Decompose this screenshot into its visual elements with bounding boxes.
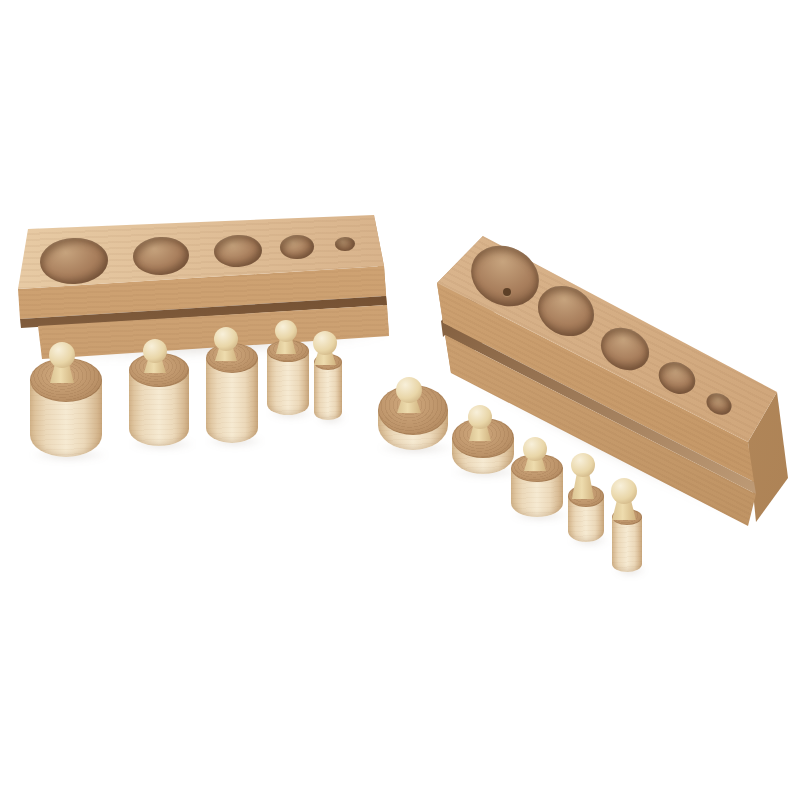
knobbed-cylinder-left-5-knob-ball xyxy=(313,331,337,355)
knobbed-cylinder-left-4-knob-ball xyxy=(275,320,297,342)
knobbed-cylinder-right-3-knob-ball xyxy=(523,437,547,461)
knobbed-cylinder-right-5-body xyxy=(612,517,642,572)
block-right-socket-hole-1-knot xyxy=(503,288,511,296)
knobbed-cylinder-right-1-knob-ball xyxy=(396,377,422,403)
knobbed-cylinder-left-2-knob-ball xyxy=(143,339,167,363)
knobbed-cylinder-left-1-knob-ball xyxy=(49,342,75,368)
knobbed-cylinder-right-4-knob-ball xyxy=(571,453,595,477)
product-photo-stage xyxy=(0,0,800,800)
knobbed-cylinder-left-5-body xyxy=(314,362,342,420)
knobbed-cylinder-left-3-knob-ball xyxy=(214,327,238,351)
knobbed-cylinder-right-2-knob-ball xyxy=(468,405,492,429)
knobbed-cylinder-right-5-knob-ball xyxy=(611,478,637,504)
